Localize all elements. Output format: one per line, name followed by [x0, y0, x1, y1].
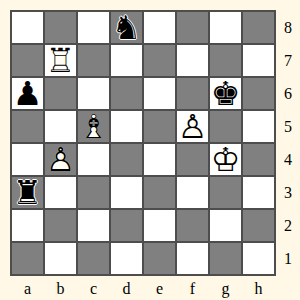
square-c4[interactable]	[78, 144, 109, 175]
square-g2[interactable]	[210, 210, 241, 241]
square-f6[interactable]	[177, 78, 208, 109]
square-d8[interactable]: ♞	[111, 12, 142, 43]
square-d3[interactable]	[111, 177, 142, 208]
black-knight[interactable]: ♞	[112, 11, 142, 44]
black-rook[interactable]: ♜	[13, 176, 43, 209]
piece-fill: ♜	[46, 44, 76, 77]
square-e1[interactable]	[144, 243, 175, 274]
rank-label-1: 1	[280, 243, 296, 274]
piece-outline: ♖	[46, 44, 76, 77]
piece-fill: ♟	[178, 110, 208, 143]
square-g1[interactable]	[210, 243, 241, 274]
white-bishop[interactable]: ♝♗	[79, 110, 109, 143]
square-d1[interactable]	[111, 243, 142, 274]
chessboard: ♞♜♖♟♚♝♗♟♙♟♙♚♔♜	[10, 10, 276, 276]
square-e2[interactable]	[144, 210, 175, 241]
square-h2[interactable]	[243, 210, 274, 241]
square-f5[interactable]: ♟♙	[177, 111, 208, 142]
square-g7[interactable]	[210, 45, 241, 76]
square-c2[interactable]	[78, 210, 109, 241]
square-g3[interactable]	[210, 177, 241, 208]
piece-outline: ♙	[46, 143, 76, 176]
square-c1[interactable]	[78, 243, 109, 274]
square-e7[interactable]	[144, 45, 175, 76]
square-e5[interactable]	[144, 111, 175, 142]
white-pawn[interactable]: ♟♙	[178, 110, 208, 143]
square-c5[interactable]: ♝♗	[78, 111, 109, 142]
white-pawn[interactable]: ♟♙	[46, 143, 76, 176]
square-h1[interactable]	[243, 243, 274, 274]
square-b3[interactable]	[45, 177, 76, 208]
file-label-e: e	[144, 279, 175, 298]
white-rook[interactable]: ♜♖	[46, 44, 76, 77]
file-label-g: g	[210, 279, 241, 298]
square-h5[interactable]	[243, 111, 274, 142]
rank-label-6: 6	[280, 78, 296, 109]
square-b2[interactable]	[45, 210, 76, 241]
rank-label-3: 3	[280, 177, 296, 208]
file-label-c: c	[78, 279, 109, 298]
square-h4[interactable]	[243, 144, 274, 175]
square-a5[interactable]	[12, 111, 43, 142]
file-label-d: d	[111, 279, 142, 298]
square-b7[interactable]: ♜♖	[45, 45, 76, 76]
rank-label-7: 7	[280, 45, 296, 76]
square-g4[interactable]: ♚♔	[210, 144, 241, 175]
square-c3[interactable]	[78, 177, 109, 208]
square-g6[interactable]: ♚	[210, 78, 241, 109]
file-label-f: f	[177, 279, 208, 298]
square-c6[interactable]	[78, 78, 109, 109]
square-h8[interactable]	[243, 12, 274, 43]
square-e6[interactable]	[144, 78, 175, 109]
file-label-a: a	[12, 279, 43, 298]
square-b4[interactable]: ♟♙	[45, 144, 76, 175]
piece-fill: ♟	[46, 143, 76, 176]
square-a7[interactable]	[12, 45, 43, 76]
rank-label-4: 4	[280, 144, 296, 175]
black-king[interactable]: ♚	[211, 77, 241, 110]
piece-outline: ♙	[178, 110, 208, 143]
square-a6[interactable]: ♟	[12, 78, 43, 109]
square-d7[interactable]	[111, 45, 142, 76]
rank-label-2: 2	[280, 210, 296, 241]
square-h7[interactable]	[243, 45, 274, 76]
chess-diagram-page: ♞♜♖♟♚♝♗♟♙♟♙♚♔♜ abcdefgh87654321	[0, 0, 300, 300]
square-a8[interactable]	[12, 12, 43, 43]
square-f3[interactable]	[177, 177, 208, 208]
square-c8[interactable]	[78, 12, 109, 43]
file-label-h: h	[243, 279, 274, 298]
square-h6[interactable]	[243, 78, 274, 109]
square-f8[interactable]	[177, 12, 208, 43]
square-g8[interactable]	[210, 12, 241, 43]
square-b1[interactable]	[45, 243, 76, 274]
square-h3[interactable]	[243, 177, 274, 208]
piece-outline: ♔	[211, 143, 241, 176]
square-f7[interactable]	[177, 45, 208, 76]
square-b5[interactable]	[45, 111, 76, 142]
white-king[interactable]: ♚♔	[211, 143, 241, 176]
square-d6[interactable]	[111, 78, 142, 109]
square-d5[interactable]	[111, 111, 142, 142]
square-f4[interactable]	[177, 144, 208, 175]
square-a3[interactable]: ♜	[12, 177, 43, 208]
square-g5[interactable]	[210, 111, 241, 142]
file-label-b: b	[45, 279, 76, 298]
square-a4[interactable]	[12, 144, 43, 175]
square-a1[interactable]	[12, 243, 43, 274]
piece-fill: ♚	[211, 143, 241, 176]
square-e8[interactable]	[144, 12, 175, 43]
square-b8[interactable]	[45, 12, 76, 43]
square-d2[interactable]	[111, 210, 142, 241]
square-e4[interactable]	[144, 144, 175, 175]
square-f2[interactable]	[177, 210, 208, 241]
black-pawn[interactable]: ♟	[13, 77, 43, 110]
square-e3[interactable]	[144, 177, 175, 208]
piece-fill: ♝	[79, 110, 109, 143]
square-f1[interactable]	[177, 243, 208, 274]
square-a2[interactable]	[12, 210, 43, 241]
square-b6[interactable]	[45, 78, 76, 109]
square-d4[interactable]	[111, 144, 142, 175]
rank-label-8: 8	[280, 12, 296, 43]
square-c7[interactable]	[78, 45, 109, 76]
rank-label-5: 5	[280, 111, 296, 142]
piece-outline: ♗	[79, 110, 109, 143]
